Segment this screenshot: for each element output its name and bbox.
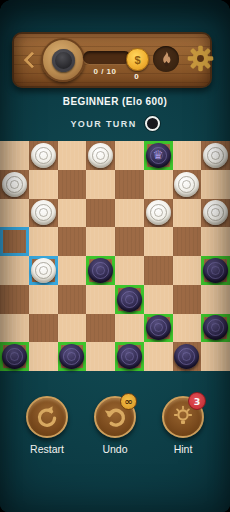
square-d6[interactable] xyxy=(86,285,115,314)
square-h7[interactable] xyxy=(201,314,230,343)
restart-icon xyxy=(35,405,59,429)
square-d3[interactable] xyxy=(86,199,115,228)
streak-button[interactable] xyxy=(153,46,179,72)
square-c3[interactable] xyxy=(58,199,87,228)
square-f7[interactable] xyxy=(144,314,173,343)
square-h5[interactable] xyxy=(201,256,230,285)
square-g3[interactable] xyxy=(173,199,202,228)
square-b8[interactable] xyxy=(29,342,58,371)
square-a6[interactable] xyxy=(0,285,29,314)
hint-button[interactable]: 3 xyxy=(162,396,204,438)
square-e4[interactable] xyxy=(115,227,144,256)
dark-piece[interactable] xyxy=(2,344,27,369)
square-f6[interactable] xyxy=(144,285,173,314)
square-a4[interactable] xyxy=(0,227,29,256)
dollar-glyph: $ xyxy=(134,54,140,66)
square-h6[interactable] xyxy=(201,285,230,314)
undo-badge: ∞ xyxy=(120,393,137,410)
coin-count: 0 xyxy=(124,72,149,81)
turn-piece-indicator-icon xyxy=(145,116,160,131)
white-piece[interactable] xyxy=(31,200,56,225)
square-e3[interactable] xyxy=(115,199,144,228)
square-e1[interactable] xyxy=(115,141,144,170)
square-e5[interactable] xyxy=(115,256,144,285)
square-g5[interactable] xyxy=(173,256,202,285)
square-e7[interactable] xyxy=(115,314,144,343)
king-crown-icon: ♛ xyxy=(146,143,171,168)
square-h4[interactable] xyxy=(201,227,230,256)
dark-piece[interactable] xyxy=(117,344,142,369)
dark-piece[interactable] xyxy=(88,258,113,283)
footer-toolbar: Restart ∞ Undo xyxy=(0,396,230,455)
square-a1[interactable] xyxy=(0,141,29,170)
square-g1[interactable] xyxy=(173,141,202,170)
hint-badge: 3 xyxy=(188,392,206,410)
white-piece[interactable] xyxy=(203,143,228,168)
square-f4[interactable] xyxy=(144,227,173,256)
coin-icon[interactable]: $ xyxy=(126,48,149,71)
square-f5[interactable] xyxy=(144,256,173,285)
square-c2[interactable] xyxy=(58,170,87,199)
back-button[interactable] xyxy=(22,52,36,66)
square-a7[interactable] xyxy=(0,314,29,343)
square-h3[interactable] xyxy=(201,199,230,228)
white-piece[interactable] xyxy=(174,172,199,197)
square-c7[interactable] xyxy=(58,314,87,343)
square-c4[interactable] xyxy=(58,227,87,256)
turn-row: YOUR TURN xyxy=(0,116,230,131)
square-a5[interactable] xyxy=(0,256,29,285)
square-e6[interactable] xyxy=(115,285,144,314)
square-d1[interactable] xyxy=(86,141,115,170)
white-piece[interactable] xyxy=(88,143,113,168)
progress-track xyxy=(83,51,131,64)
square-b2[interactable] xyxy=(29,170,58,199)
hint-column: 3 Hint xyxy=(157,396,209,455)
square-a3[interactable] xyxy=(0,199,29,228)
square-f3[interactable] xyxy=(144,199,173,228)
chevron-left-icon xyxy=(24,52,41,69)
square-e2[interactable] xyxy=(115,170,144,199)
square-f8[interactable] xyxy=(144,342,173,371)
dark-king-piece[interactable]: ♛ xyxy=(146,143,171,168)
white-piece[interactable] xyxy=(2,172,27,197)
white-piece[interactable] xyxy=(146,200,171,225)
white-piece[interactable] xyxy=(31,143,56,168)
dark-piece[interactable] xyxy=(174,344,199,369)
restart-button[interactable] xyxy=(26,396,68,438)
square-g4[interactable] xyxy=(173,227,202,256)
dark-piece[interactable] xyxy=(203,258,228,283)
app-frame: 0 / 10 $ 0 xyxy=(0,0,230,512)
dark-piece[interactable] xyxy=(146,315,171,340)
square-g8[interactable] xyxy=(173,342,202,371)
restart-label: Restart xyxy=(21,443,73,455)
square-h1[interactable] xyxy=(201,141,230,170)
gear-icon xyxy=(187,45,214,72)
dark-piece[interactable] xyxy=(117,287,142,312)
square-c5[interactable] xyxy=(58,256,87,285)
white-piece[interactable] xyxy=(203,200,228,225)
dark-piece[interactable] xyxy=(203,315,228,340)
undo-button[interactable]: ∞ xyxy=(94,396,136,438)
square-d5[interactable] xyxy=(86,256,115,285)
square-b4[interactable] xyxy=(29,227,58,256)
level-title: BEGINNER (Elo 600) xyxy=(0,96,230,107)
square-h2[interactable] xyxy=(201,170,230,199)
square-a2[interactable] xyxy=(0,170,29,199)
restart-column: Restart xyxy=(21,396,73,455)
square-g6[interactable] xyxy=(173,285,202,314)
square-b1[interactable] xyxy=(29,141,58,170)
square-a8[interactable] xyxy=(0,342,29,371)
square-g2[interactable] xyxy=(173,170,202,199)
board: ♛ xyxy=(0,141,230,371)
square-c6[interactable] xyxy=(58,285,87,314)
square-e8[interactable] xyxy=(115,342,144,371)
square-g7[interactable] xyxy=(173,314,202,343)
square-d2[interactable] xyxy=(86,170,115,199)
white-piece[interactable] xyxy=(31,258,56,283)
square-d4[interactable] xyxy=(86,227,115,256)
turn-label: YOUR TURN xyxy=(70,119,136,129)
square-f1[interactable]: ♛ xyxy=(144,141,173,170)
square-h8[interactable] xyxy=(201,342,230,371)
dark-piece[interactable] xyxy=(59,344,84,369)
square-d8[interactable] xyxy=(86,342,115,371)
hint-label: Hint xyxy=(157,443,209,455)
square-c1[interactable] xyxy=(58,141,87,170)
undo-label: Undo xyxy=(89,443,141,455)
settings-button[interactable] xyxy=(186,44,214,72)
square-b3[interactable] xyxy=(29,199,58,228)
square-b5[interactable] xyxy=(29,256,58,285)
square-b7[interactable] xyxy=(29,314,58,343)
square-b6[interactable] xyxy=(29,285,58,314)
undo-column: ∞ Undo xyxy=(89,396,141,455)
square-c8[interactable] xyxy=(58,342,87,371)
top-bar: 0 / 10 $ 0 xyxy=(12,32,212,88)
flame-icon xyxy=(160,51,173,67)
square-f2[interactable] xyxy=(144,170,173,199)
square-d7[interactable] xyxy=(86,314,115,343)
